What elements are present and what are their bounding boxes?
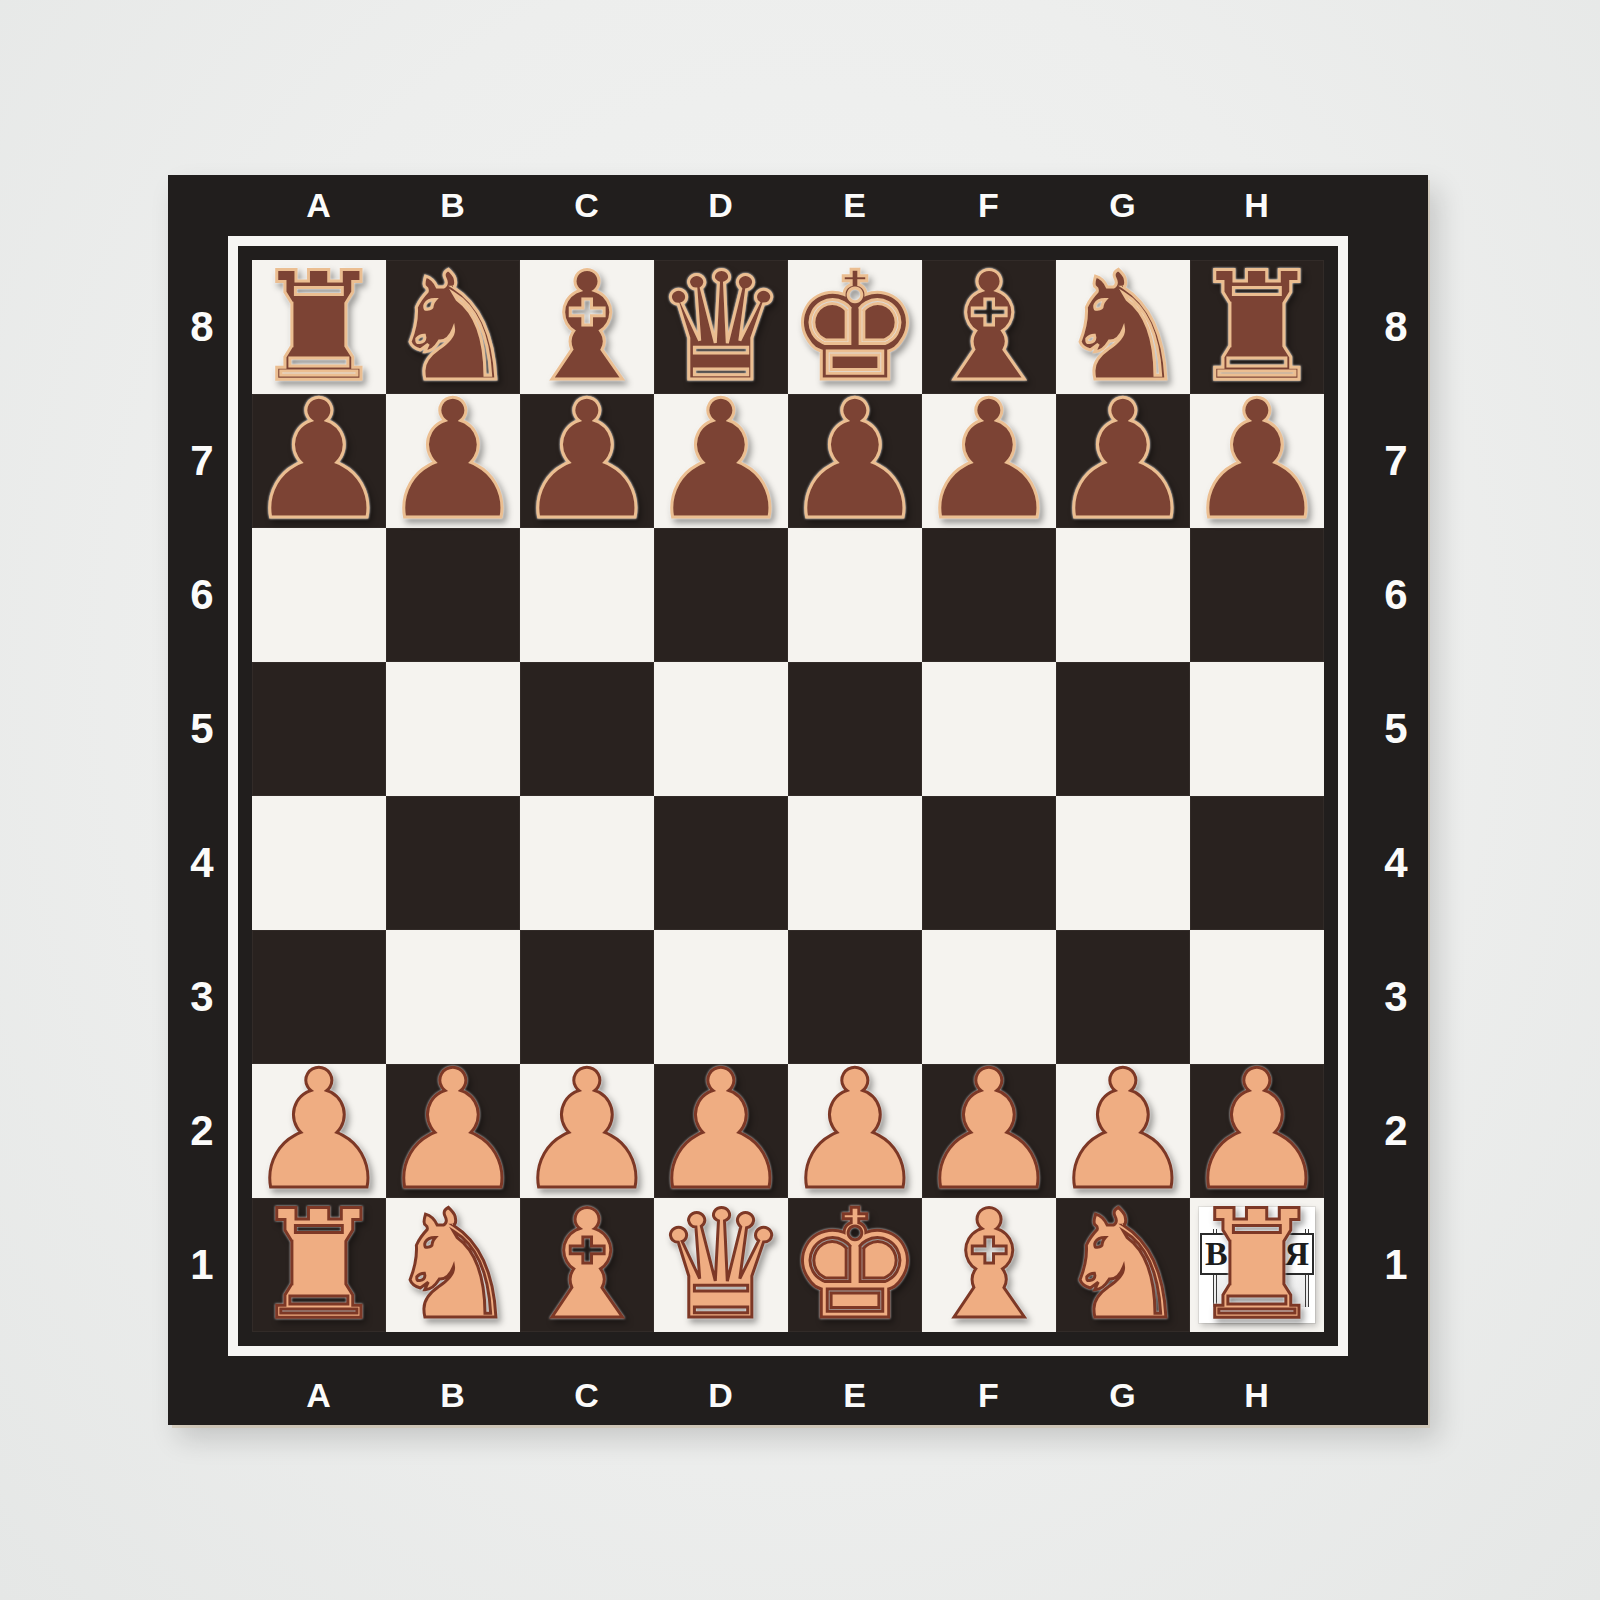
rank-label-right-2: 2: [1370, 1064, 1422, 1198]
square-a1[interactable]: ♜: [252, 1198, 386, 1332]
piece-black-pawn-a7[interactable]: ♟: [245, 394, 392, 528]
rank-label-right-7: 7: [1370, 394, 1422, 528]
piece-black-pawn-h7[interactable]: ♟: [1183, 394, 1330, 528]
square-d7[interactable]: ♟: [654, 394, 788, 528]
piece-white-queen-d1[interactable]: ♛: [654, 1198, 788, 1332]
rank-label-left-4: 4: [176, 796, 228, 930]
square-d5[interactable]: [654, 662, 788, 796]
piece-black-pawn-g7[interactable]: ♟: [1049, 394, 1196, 528]
rank-label-left-7: 7: [176, 394, 228, 528]
square-a7[interactable]: ♟: [252, 394, 386, 528]
square-g7[interactable]: ♟: [1056, 394, 1190, 528]
square-f7[interactable]: ♟: [922, 394, 1056, 528]
file-labels-bottom: ABCDEFGH: [252, 1373, 1324, 1417]
piece-black-pawn-f7[interactable]: ♟: [915, 394, 1062, 528]
file-label-top-f: F: [922, 183, 1056, 227]
square-b7[interactable]: ♟: [386, 394, 520, 528]
file-label-bottom-c: C: [520, 1373, 654, 1417]
piece-black-pawn-e7[interactable]: ♟: [781, 394, 928, 528]
square-a4[interactable]: [252, 796, 386, 930]
square-g1[interactable]: ♞: [1056, 1198, 1190, 1332]
piece-white-rook-a1[interactable]: ♜: [252, 1198, 386, 1332]
rank-label-left-3: 3: [176, 930, 228, 1064]
square-d4[interactable]: [654, 796, 788, 930]
square-f4[interactable]: [922, 796, 1056, 930]
piece-white-king-e1[interactable]: ♚: [788, 1198, 922, 1332]
file-label-bottom-f: F: [922, 1373, 1056, 1417]
square-b4[interactable]: [386, 796, 520, 930]
square-f1[interactable]: ♝: [922, 1198, 1056, 1332]
square-c4[interactable]: [520, 796, 654, 930]
square-c5[interactable]: [520, 662, 654, 796]
piece-white-rook-h1[interactable]: ♜: [1190, 1198, 1324, 1332]
square-e5[interactable]: [788, 662, 922, 796]
rank-label-right-3: 3: [1370, 930, 1422, 1064]
piece-white-bishop-c1[interactable]: ♝: [520, 1198, 654, 1332]
rank-label-left-6: 6: [176, 528, 228, 662]
square-g5[interactable]: [1056, 662, 1190, 796]
piece-black-pawn-c7[interactable]: ♟: [513, 394, 660, 528]
rank-labels-left: 87654321: [176, 260, 228, 1332]
square-a5[interactable]: [252, 662, 386, 796]
piece-black-pawn-d7[interactable]: ♟: [647, 394, 794, 528]
rank-labels-right: 87654321: [1370, 260, 1422, 1332]
chess-board: ABCDEFGH ABCDEFGH 87654321 87654321 ♜♞♝♛…: [168, 175, 1428, 1425]
square-e1[interactable]: ♚: [788, 1198, 922, 1332]
file-label-top-g: G: [1056, 183, 1190, 227]
piece-black-pawn-b7[interactable]: ♟: [379, 394, 526, 528]
square-b1[interactable]: ♞: [386, 1198, 520, 1332]
file-label-top-b: B: [386, 183, 520, 227]
rank-label-right-6: 6: [1370, 528, 1422, 662]
square-c7[interactable]: ♟: [520, 394, 654, 528]
rank-label-right-1: 1: [1370, 1198, 1422, 1332]
rank-label-left-8: 8: [176, 260, 228, 394]
rank-label-left-5: 5: [176, 662, 228, 796]
square-g4[interactable]: [1056, 796, 1190, 930]
piece-white-bishop-f1[interactable]: ♝: [922, 1198, 1056, 1332]
square-h5[interactable]: [1190, 662, 1324, 796]
photo-background: ABCDEFGH ABCDEFGH 87654321 87654321 ♜♞♝♛…: [0, 0, 1600, 1600]
file-label-bottom-d: D: [654, 1373, 788, 1417]
file-label-bottom-b: B: [386, 1373, 520, 1417]
rank-label-right-8: 8: [1370, 260, 1422, 394]
file-label-bottom-e: E: [788, 1373, 922, 1417]
piece-white-knight-g1[interactable]: ♞: [1056, 1198, 1190, 1332]
file-label-top-h: H: [1190, 183, 1324, 227]
rank-label-left-1: 1: [176, 1198, 228, 1332]
square-e4[interactable]: [788, 796, 922, 930]
rank-label-left-2: 2: [176, 1064, 228, 1198]
file-label-bottom-a: A: [252, 1373, 386, 1417]
rank-label-right-4: 4: [1370, 796, 1422, 930]
square-h7[interactable]: ♟: [1190, 394, 1324, 528]
file-label-top-c: C: [520, 183, 654, 227]
square-e7[interactable]: ♟: [788, 394, 922, 528]
file-label-bottom-g: G: [1056, 1373, 1190, 1417]
rank-label-right-5: 5: [1370, 662, 1422, 796]
square-h4[interactable]: [1190, 796, 1324, 930]
square-f5[interactable]: [922, 662, 1056, 796]
file-label-top-a: A: [252, 183, 386, 227]
square-d1[interactable]: ♛: [654, 1198, 788, 1332]
square-c1[interactable]: ♝: [520, 1198, 654, 1332]
file-label-bottom-h: H: [1190, 1373, 1324, 1417]
square-h1[interactable]: ВЯ♜: [1190, 1198, 1324, 1332]
board-grid: ♜♞♝♛♚♝♞♜♟♟♟♟♟♟♟♟♟♟♟♟♟♟♟♟♜♞♝♛♚♝♞ВЯ♜: [252, 260, 1324, 1332]
square-b5[interactable]: [386, 662, 520, 796]
file-labels-top: ABCDEFGH: [252, 183, 1324, 227]
file-label-top-e: E: [788, 183, 922, 227]
file-label-top-d: D: [654, 183, 788, 227]
piece-white-knight-b1[interactable]: ♞: [386, 1198, 520, 1332]
